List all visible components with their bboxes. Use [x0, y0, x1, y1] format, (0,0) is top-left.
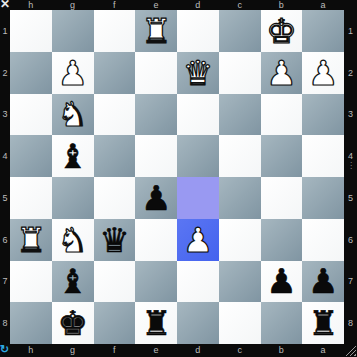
rank-label-1: 1: [0, 10, 10, 52]
square-f5[interactable]: [94, 177, 136, 219]
file-label-g: g: [52, 0, 94, 10]
square-b5[interactable]: [261, 177, 303, 219]
rank-label-1: 1: [344, 10, 357, 52]
file-label-a: a: [302, 0, 344, 10]
square-h2[interactable]: [10, 52, 52, 94]
rank-label-2: 2: [0, 52, 10, 94]
square-b4[interactable]: [261, 135, 303, 177]
square-b7[interactable]: ♟: [261, 261, 303, 303]
square-a1[interactable]: [302, 10, 344, 52]
black-king-g8[interactable]: ♚: [57, 306, 87, 340]
file-labels-top: hgfedcba: [10, 0, 344, 10]
file-label-d: d: [177, 0, 219, 10]
square-f4[interactable]: [94, 135, 136, 177]
square-c6[interactable]: [219, 219, 261, 261]
rank-labels-right: 12345678: [344, 10, 357, 344]
square-a8[interactable]: ♜: [302, 302, 344, 344]
rank-label-5: 5: [0, 177, 10, 219]
square-g8[interactable]: ♚: [52, 302, 94, 344]
square-g5[interactable]: [52, 177, 94, 219]
square-d7[interactable]: [177, 261, 219, 303]
white-pawn-b2[interactable]: ♟: [266, 56, 296, 90]
close-icon[interactable]: ✕: [0, 0, 10, 10]
black-bishop-g4[interactable]: ♝: [57, 139, 87, 173]
square-g7[interactable]: ♝: [52, 261, 94, 303]
file-label-b: b: [261, 0, 303, 10]
square-g2[interactable]: ♟: [52, 52, 94, 94]
rank-label-3: 3: [344, 94, 357, 136]
square-d5[interactable]: [177, 177, 219, 219]
square-e3[interactable]: [135, 94, 177, 136]
black-bishop-g7[interactable]: ♝: [57, 264, 87, 298]
file-label-e: e: [135, 0, 177, 10]
square-e6[interactable]: [135, 219, 177, 261]
flip-reload-icon[interactable]: ↻: [0, 343, 12, 356]
file-label-c: c: [219, 343, 261, 357]
white-king-b1[interactable]: ♚: [266, 14, 296, 48]
white-rook-e1[interactable]: ♜: [141, 14, 171, 48]
square-g1[interactable]: [52, 10, 94, 52]
square-h1[interactable]: [10, 10, 52, 52]
square-e2[interactable]: [135, 52, 177, 94]
square-e1[interactable]: ♜: [135, 10, 177, 52]
square-c2[interactable]: [219, 52, 261, 94]
resize-gripper[interactable]: [345, 345, 356, 356]
square-f6[interactable]: ♛: [94, 219, 136, 261]
black-rook-e8[interactable]: ♜: [141, 306, 171, 340]
chess-board[interactable]: ♜♚♟♛♟♟♞♝♟♜♞♛♟♝♟♟♚♜♜: [10, 10, 344, 344]
square-d1[interactable]: [177, 10, 219, 52]
rank-label-4: 4: [344, 135, 357, 177]
file-label-g: g: [52, 343, 94, 357]
white-pawn-g2[interactable]: ♟: [57, 56, 87, 90]
file-label-d: d: [177, 343, 219, 357]
file-label-b: b: [261, 343, 303, 357]
rank-label-5: 5: [344, 177, 357, 219]
rank-label-4: 4: [0, 135, 10, 177]
square-c7[interactable]: [219, 261, 261, 303]
rank-label-6: 6: [344, 219, 357, 261]
square-h3[interactable]: [10, 94, 52, 136]
square-f3[interactable]: [94, 94, 136, 136]
black-pawn-a7[interactable]: ♟: [308, 264, 338, 298]
edge-dots-icon: ⋮: [347, 164, 355, 168]
rank-label-8: 8: [0, 302, 10, 344]
chess-app-window: hgfedcba 12345678 12345678 hgfedcba ♜♚♟♛…: [0, 0, 357, 357]
rank-label-6: 6: [0, 219, 10, 261]
square-h8[interactable]: [10, 302, 52, 344]
square-e4[interactable]: [135, 135, 177, 177]
square-g6[interactable]: ♞: [52, 219, 94, 261]
square-f1[interactable]: [94, 10, 136, 52]
square-c8[interactable]: [219, 302, 261, 344]
square-b6[interactable]: [261, 219, 303, 261]
black-pawn-e5[interactable]: ♟: [141, 181, 171, 215]
square-a2[interactable]: ♟: [302, 52, 344, 94]
square-a6[interactable]: [302, 219, 344, 261]
white-pawn-a2[interactable]: ♟: [308, 56, 338, 90]
square-e8[interactable]: ♜: [135, 302, 177, 344]
square-e5[interactable]: ♟: [135, 177, 177, 219]
white-queen-d2[interactable]: ♛: [183, 56, 213, 90]
square-f8[interactable]: [94, 302, 136, 344]
file-label-a: a: [302, 343, 344, 357]
file-label-f: f: [94, 0, 136, 10]
square-h7[interactable]: [10, 261, 52, 303]
square-g3[interactable]: ♞: [52, 94, 94, 136]
file-label-h: h: [10, 0, 52, 10]
rank-label-7: 7: [344, 261, 357, 303]
file-labels-bottom: hgfedcba: [10, 343, 344, 357]
square-c5[interactable]: [219, 177, 261, 219]
black-rook-a8[interactable]: ♜: [308, 306, 338, 340]
file-label-c: c: [219, 0, 261, 10]
square-b8[interactable]: [261, 302, 303, 344]
file-label-h: h: [10, 343, 52, 357]
square-b1[interactable]: ♚: [261, 10, 303, 52]
file-label-f: f: [94, 343, 136, 357]
square-a7[interactable]: ♟: [302, 261, 344, 303]
square-d8[interactable]: [177, 302, 219, 344]
square-b2[interactable]: ♟: [261, 52, 303, 94]
square-d2[interactable]: ♛: [177, 52, 219, 94]
square-d6[interactable]: ♟: [177, 219, 219, 261]
black-pawn-b7[interactable]: ♟: [266, 264, 296, 298]
file-label-e: e: [135, 343, 177, 357]
square-c1[interactable]: [219, 10, 261, 52]
white-knight-g3[interactable]: ♞: [57, 97, 87, 131]
rank-label-3: 3: [0, 94, 10, 136]
white-rook-h6[interactable]: ♜: [16, 223, 46, 257]
square-e7[interactable]: [135, 261, 177, 303]
square-h6[interactable]: ♜: [10, 219, 52, 261]
square-h5[interactable]: [10, 177, 52, 219]
square-d4[interactable]: [177, 135, 219, 177]
square-a3[interactable]: [302, 94, 344, 136]
square-d3[interactable]: [177, 94, 219, 136]
rank-labels-left: 12345678: [0, 10, 10, 344]
rank-label-2: 2: [344, 52, 357, 94]
square-f2[interactable]: [94, 52, 136, 94]
square-h4[interactable]: [10, 135, 52, 177]
square-b3[interactable]: [261, 94, 303, 136]
square-c3[interactable]: [219, 94, 261, 136]
square-a4[interactable]: [302, 135, 344, 177]
rank-label-7: 7: [0, 261, 10, 303]
white-pawn-d6[interactable]: ♟: [183, 223, 213, 257]
square-f7[interactable]: [94, 261, 136, 303]
white-knight-g6[interactable]: ♞: [57, 223, 87, 257]
black-queen-f6[interactable]: ♛: [99, 223, 129, 257]
square-a5[interactable]: [302, 177, 344, 219]
square-g4[interactable]: ♝: [52, 135, 94, 177]
square-c4[interactable]: [219, 135, 261, 177]
rank-label-8: 8: [344, 302, 357, 344]
